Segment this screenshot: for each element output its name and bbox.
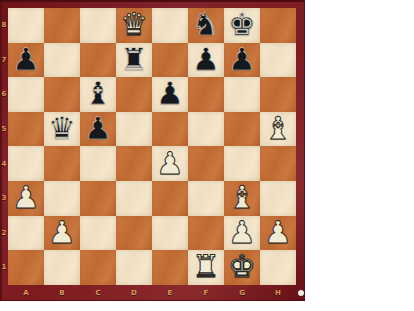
square-c6[interactable]: ♝: [80, 77, 116, 112]
side-to-move-indicator: [296, 285, 305, 301]
square-g6[interactable]: [224, 77, 260, 112]
square-d6[interactable]: [116, 77, 152, 112]
square-b3[interactable]: [44, 181, 80, 216]
piece-black-pawn-a7[interactable]: ♟: [12, 42, 40, 76]
square-d2[interactable]: [116, 216, 152, 251]
square-c5[interactable]: ♟: [80, 112, 116, 147]
piece-white-pawn-b2[interactable]: ♟: [48, 215, 76, 249]
square-a4[interactable]: [8, 146, 44, 181]
piece-black-bishop-c6[interactable]: ♝: [84, 76, 112, 110]
square-b6[interactable]: [44, 77, 80, 112]
square-b8[interactable]: [44, 8, 80, 43]
square-e5[interactable]: [152, 112, 188, 147]
square-g2[interactable]: ♟: [224, 216, 260, 251]
square-d8[interactable]: ♛: [116, 8, 152, 43]
square-d3[interactable]: [116, 181, 152, 216]
piece-black-queen-b5[interactable]: ♛: [48, 111, 76, 145]
rank-label-5: 5: [0, 112, 8, 147]
square-e6[interactable]: ♟: [152, 77, 188, 112]
square-f3[interactable]: [188, 181, 224, 216]
file-label-f: F: [188, 285, 224, 301]
piece-white-bishop-g3[interactable]: ♝: [228, 180, 256, 214]
square-h2[interactable]: ♟: [260, 216, 296, 251]
square-e3[interactable]: [152, 181, 188, 216]
piece-white-pawn-h2[interactable]: ♟: [264, 215, 292, 249]
square-a2[interactable]: [8, 216, 44, 251]
square-f7[interactable]: ♟: [188, 43, 224, 78]
square-g1[interactable]: ♚: [224, 250, 260, 285]
piece-black-pawn-f7[interactable]: ♟: [192, 42, 220, 76]
square-d1[interactable]: [116, 250, 152, 285]
square-h5[interactable]: ♝: [260, 112, 296, 147]
square-f1[interactable]: ♜: [188, 250, 224, 285]
square-h3[interactable]: [260, 181, 296, 216]
square-g8[interactable]: ♚: [224, 8, 260, 43]
piece-black-knight-f8[interactable]: ♞: [192, 7, 220, 41]
square-d4[interactable]: [116, 146, 152, 181]
square-c3[interactable]: [80, 181, 116, 216]
square-b2[interactable]: ♟: [44, 216, 80, 251]
piece-white-rook-f1[interactable]: ♜: [192, 249, 220, 283]
file-label-h: H: [260, 285, 296, 301]
square-d5[interactable]: [116, 112, 152, 147]
rank-label-8: 8: [0, 8, 8, 43]
square-e4[interactable]: ♟: [152, 146, 188, 181]
piece-black-king-g8[interactable]: ♚: [228, 7, 256, 41]
square-e2[interactable]: [152, 216, 188, 251]
square-c7[interactable]: [80, 43, 116, 78]
file-label-d: D: [116, 285, 152, 301]
chess-board: 87654321♛♞♚♟♜♟♟♝♟♛♟♝♟♟♝♟♟♟♜♚ABCDEFGH: [0, 0, 305, 301]
rank-label-4: 4: [0, 146, 8, 181]
piece-white-pawn-e4[interactable]: ♟: [156, 146, 184, 180]
piece-white-pawn-a3[interactable]: ♟: [12, 180, 40, 214]
piece-black-pawn-g7[interactable]: ♟: [228, 42, 256, 76]
file-label-b: B: [44, 285, 80, 301]
square-c2[interactable]: [80, 216, 116, 251]
white-to-move-dot: [298, 290, 304, 296]
rank-label-7: 7: [0, 43, 8, 78]
square-a7[interactable]: ♟: [8, 43, 44, 78]
file-label-c: C: [80, 285, 116, 301]
square-h1[interactable]: [260, 250, 296, 285]
square-e8[interactable]: [152, 8, 188, 43]
piece-black-rook-d7[interactable]: ♜: [120, 42, 148, 76]
file-label-g: G: [224, 285, 260, 301]
square-c8[interactable]: [80, 8, 116, 43]
piece-white-king-g1[interactable]: ♚: [228, 249, 256, 283]
square-b5[interactable]: ♛: [44, 112, 80, 147]
square-f5[interactable]: [188, 112, 224, 147]
square-e1[interactable]: [152, 250, 188, 285]
piece-black-pawn-e6[interactable]: ♟: [156, 76, 184, 110]
piece-white-bishop-h5[interactable]: ♝: [264, 111, 292, 145]
square-g3[interactable]: ♝: [224, 181, 260, 216]
square-c4[interactable]: [80, 146, 116, 181]
square-b1[interactable]: [44, 250, 80, 285]
square-h4[interactable]: [260, 146, 296, 181]
square-a1[interactable]: [8, 250, 44, 285]
file-label-a: A: [8, 285, 44, 301]
square-b4[interactable]: [44, 146, 80, 181]
rank-label-1: 1: [0, 250, 8, 285]
square-f6[interactable]: [188, 77, 224, 112]
rank-label-3: 3: [0, 181, 8, 216]
rank-label-6: 6: [0, 77, 8, 112]
rank-label-2: 2: [0, 216, 8, 251]
square-a6[interactable]: [8, 77, 44, 112]
square-a8[interactable]: [8, 8, 44, 43]
square-h7[interactable]: [260, 43, 296, 78]
piece-white-pawn-g2[interactable]: ♟: [228, 215, 256, 249]
square-d7[interactable]: ♜: [116, 43, 152, 78]
square-g5[interactable]: [224, 112, 260, 147]
square-f2[interactable]: [188, 216, 224, 251]
square-h8[interactable]: [260, 8, 296, 43]
square-c1[interactable]: [80, 250, 116, 285]
square-a3[interactable]: ♟: [8, 181, 44, 216]
square-f4[interactable]: [188, 146, 224, 181]
square-g4[interactable]: [224, 146, 260, 181]
square-h6[interactable]: [260, 77, 296, 112]
square-f8[interactable]: ♞: [188, 8, 224, 43]
piece-black-pawn-c5[interactable]: ♟: [84, 111, 112, 145]
square-g7[interactable]: ♟: [224, 43, 260, 78]
square-e7[interactable]: [152, 43, 188, 78]
square-a5[interactable]: [8, 112, 44, 147]
square-b7[interactable]: [44, 43, 80, 78]
file-label-e: E: [152, 285, 188, 301]
piece-white-queen-d8[interactable]: ♛: [120, 7, 148, 41]
